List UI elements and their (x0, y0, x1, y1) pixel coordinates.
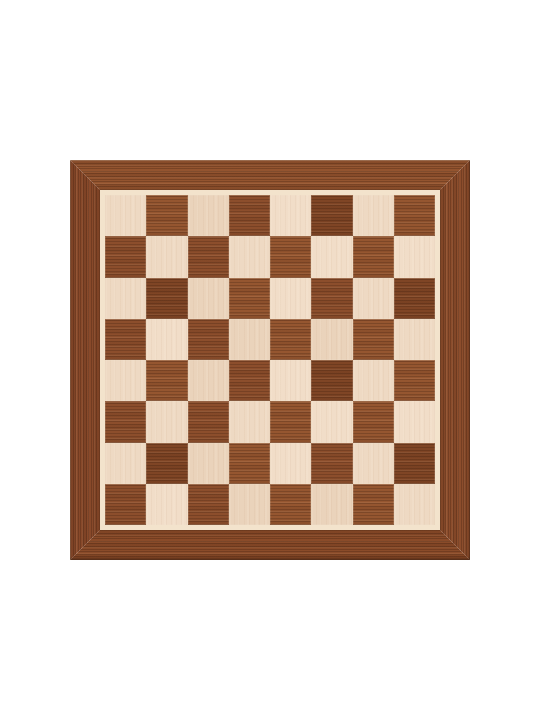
square-g6[interactable] (353, 278, 394, 319)
square-f1[interactable] (311, 484, 352, 525)
square-b3[interactable] (146, 401, 187, 442)
product-photo-background (0, 0, 540, 720)
board-frame-left (70, 160, 100, 560)
square-b2[interactable] (146, 443, 187, 484)
square-b7[interactable] (146, 236, 187, 277)
square-g8[interactable] (353, 195, 394, 236)
square-c5[interactable] (188, 319, 229, 360)
square-f4[interactable] (311, 360, 352, 401)
board-squares-grid (105, 195, 435, 525)
square-g3[interactable] (353, 401, 394, 442)
square-d8[interactable] (229, 195, 270, 236)
square-a7[interactable] (105, 236, 146, 277)
square-h4[interactable] (394, 360, 435, 401)
square-a3[interactable] (105, 401, 146, 442)
square-b6[interactable] (146, 278, 187, 319)
square-f7[interactable] (311, 236, 352, 277)
square-h2[interactable] (394, 443, 435, 484)
square-a8[interactable] (105, 195, 146, 236)
square-h5[interactable] (394, 319, 435, 360)
square-b5[interactable] (146, 319, 187, 360)
square-d2[interactable] (229, 443, 270, 484)
square-h1[interactable] (394, 484, 435, 525)
chess-board (70, 160, 470, 560)
square-f8[interactable] (311, 195, 352, 236)
square-f3[interactable] (311, 401, 352, 442)
square-a2[interactable] (105, 443, 146, 484)
board-frame-top (70, 160, 470, 190)
square-a6[interactable] (105, 278, 146, 319)
square-c7[interactable] (188, 236, 229, 277)
square-e4[interactable] (270, 360, 311, 401)
square-f2[interactable] (311, 443, 352, 484)
square-a5[interactable] (105, 319, 146, 360)
square-e6[interactable] (270, 278, 311, 319)
square-d4[interactable] (229, 360, 270, 401)
square-a4[interactable] (105, 360, 146, 401)
board-frame-bottom (70, 530, 470, 560)
square-g4[interactable] (353, 360, 394, 401)
square-a1[interactable] (105, 484, 146, 525)
square-d7[interactable] (229, 236, 270, 277)
square-d5[interactable] (229, 319, 270, 360)
square-b4[interactable] (146, 360, 187, 401)
square-c1[interactable] (188, 484, 229, 525)
square-g1[interactable] (353, 484, 394, 525)
square-b8[interactable] (146, 195, 187, 236)
board-inlay-border (100, 190, 440, 530)
square-e7[interactable] (270, 236, 311, 277)
square-f5[interactable] (311, 319, 352, 360)
square-e5[interactable] (270, 319, 311, 360)
square-e2[interactable] (270, 443, 311, 484)
square-d6[interactable] (229, 278, 270, 319)
square-g5[interactable] (353, 319, 394, 360)
square-e1[interactable] (270, 484, 311, 525)
square-h7[interactable] (394, 236, 435, 277)
square-h8[interactable] (394, 195, 435, 236)
square-d1[interactable] (229, 484, 270, 525)
square-e8[interactable] (270, 195, 311, 236)
square-c2[interactable] (188, 443, 229, 484)
square-d3[interactable] (229, 401, 270, 442)
square-c3[interactable] (188, 401, 229, 442)
square-g2[interactable] (353, 443, 394, 484)
board-frame-right (440, 160, 470, 560)
square-f6[interactable] (311, 278, 352, 319)
square-h6[interactable] (394, 278, 435, 319)
square-h3[interactable] (394, 401, 435, 442)
square-c8[interactable] (188, 195, 229, 236)
square-c4[interactable] (188, 360, 229, 401)
square-b1[interactable] (146, 484, 187, 525)
square-c6[interactable] (188, 278, 229, 319)
square-e3[interactable] (270, 401, 311, 442)
square-g7[interactable] (353, 236, 394, 277)
